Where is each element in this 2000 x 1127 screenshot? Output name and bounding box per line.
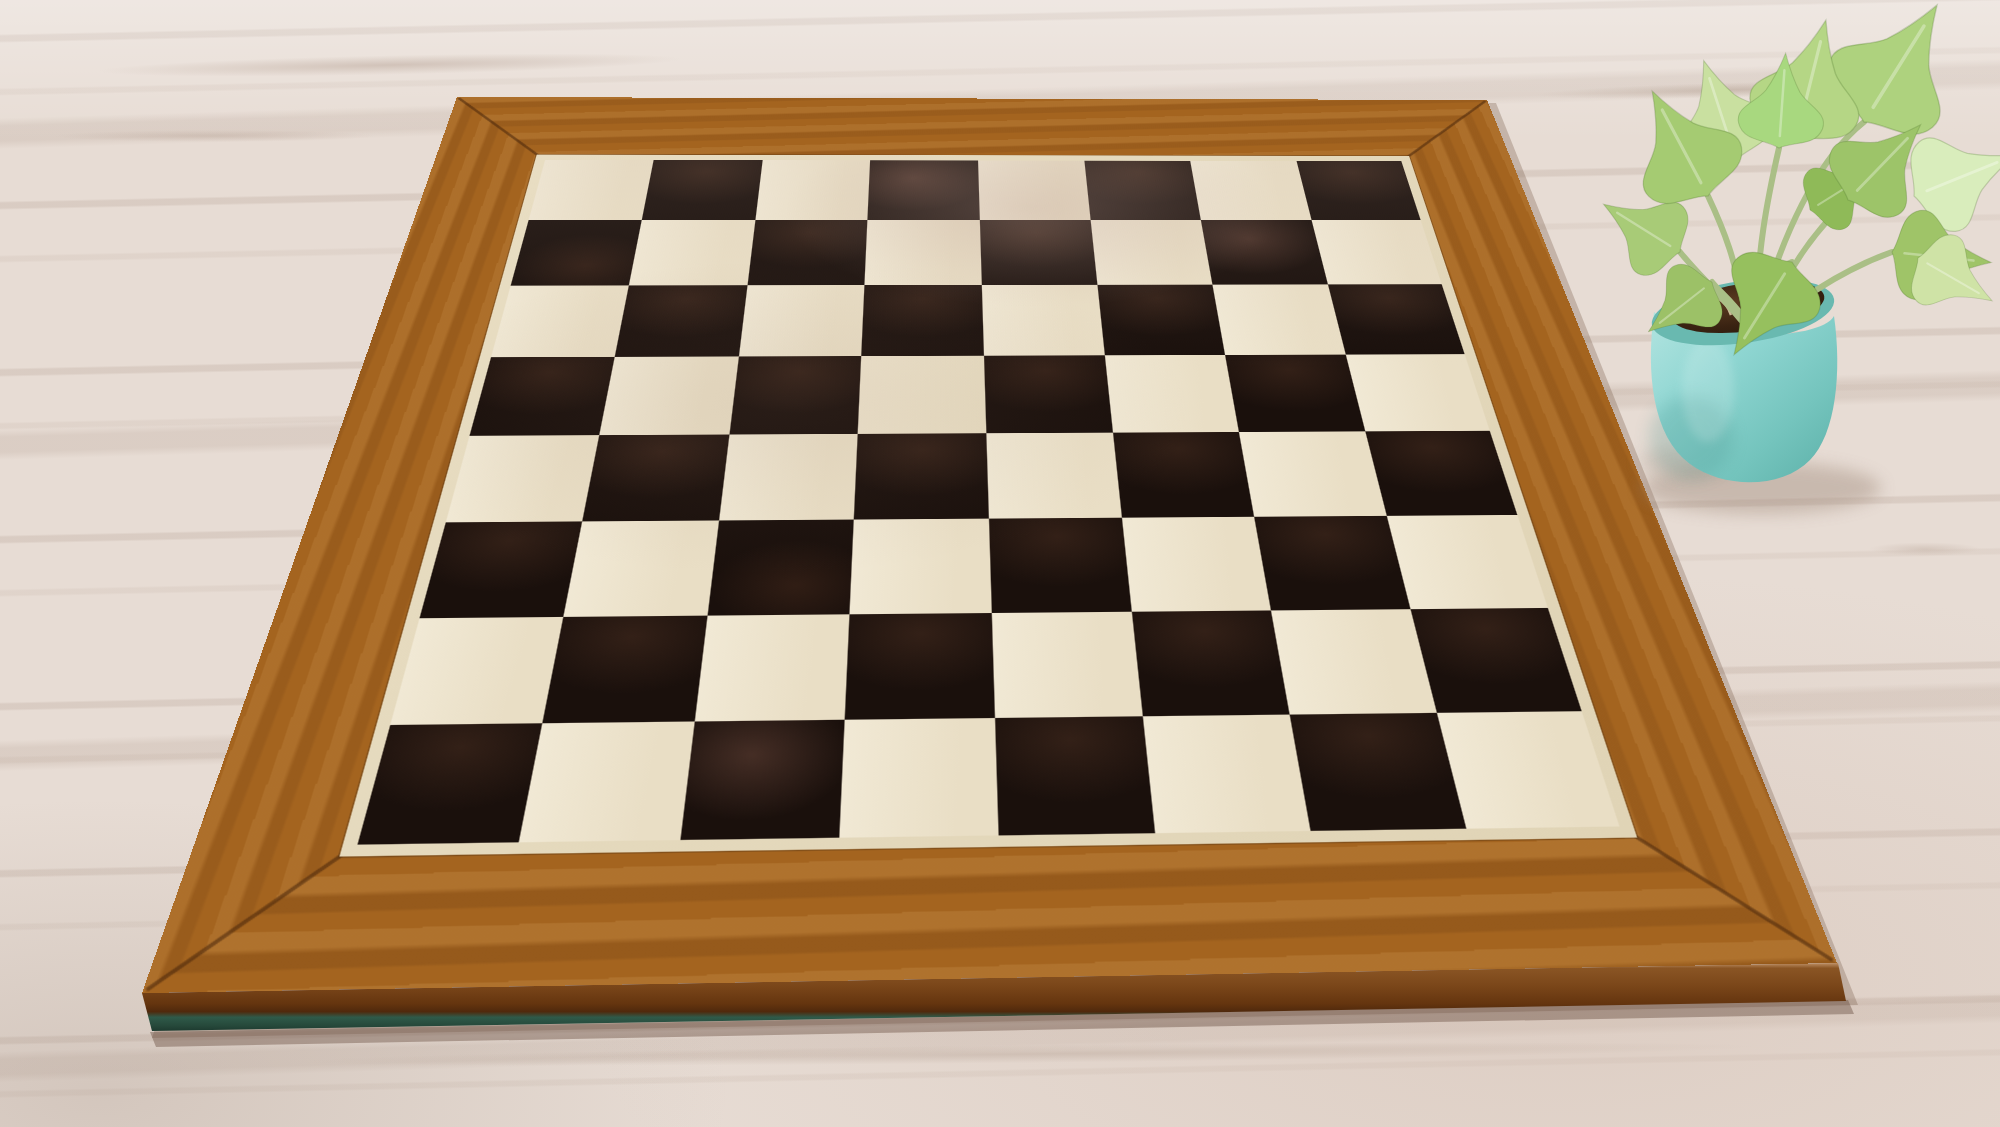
square-e4: [986, 433, 1122, 519]
square-e8: [978, 160, 1091, 220]
square-f6: [1097, 285, 1225, 356]
square-d7: [865, 220, 982, 285]
square-c1: [680, 720, 845, 840]
square-d1: [840, 718, 998, 838]
square-e1: [994, 716, 1155, 835]
square-e3: [988, 518, 1131, 613]
square-a3: [419, 521, 582, 618]
square-g7: [1201, 220, 1327, 284]
square-c7: [747, 220, 867, 285]
square-d3: [850, 519, 991, 615]
square-e2: [991, 612, 1143, 718]
square-f1: [1143, 715, 1311, 834]
square-b7: [629, 220, 755, 285]
square-f8: [1084, 161, 1201, 220]
floor-grain-streak: [0, 128, 430, 144]
square-a7: [511, 220, 643, 286]
square-g1: [1290, 713, 1466, 831]
square-e6: [981, 285, 1104, 356]
square-a6: [491, 285, 629, 357]
square-g2: [1271, 609, 1436, 714]
square-f5: [1105, 355, 1240, 433]
floor-grain-streak: [0, 44, 780, 86]
square-b5: [600, 356, 739, 435]
square-h7: [1311, 220, 1442, 284]
square-c3: [707, 520, 854, 616]
square-c4: [719, 434, 858, 521]
square-b1: [519, 721, 694, 842]
square-b2: [543, 616, 707, 724]
square-d8: [868, 160, 980, 220]
square-d4: [854, 433, 988, 519]
square-c2: [694, 614, 849, 721]
square-b8: [642, 160, 762, 220]
square-h5: [1345, 354, 1489, 431]
plant-leaf: [1605, 66, 1755, 221]
square-f2: [1132, 610, 1290, 716]
square-h8: [1296, 161, 1421, 220]
potted-plant: [1596, 0, 2000, 530]
square-e5: [983, 355, 1112, 433]
square-c6: [739, 285, 865, 356]
square-h6: [1328, 284, 1465, 354]
chessboard-grid: [357, 160, 1619, 845]
square-d6: [861, 285, 983, 356]
floor-grain-streak: [1850, 540, 2000, 558]
square-f3: [1122, 517, 1272, 612]
square-g8: [1190, 161, 1311, 220]
square-f7: [1091, 220, 1213, 285]
square-b6: [615, 285, 747, 357]
square-a1: [357, 723, 542, 844]
square-a4: [446, 435, 600, 522]
square-a8: [529, 160, 654, 220]
square-c5: [729, 356, 861, 434]
square-d5: [858, 356, 986, 434]
square-b4: [583, 435, 729, 522]
square-g3: [1254, 516, 1410, 611]
square-a2: [390, 617, 564, 725]
square-b3: [564, 520, 719, 616]
plant-leaves: [1596, 0, 2000, 381]
square-g4: [1239, 431, 1386, 516]
pot-highlight: [1682, 338, 1734, 442]
square-g6: [1213, 284, 1346, 355]
square-g5: [1225, 355, 1364, 432]
square-f4: [1113, 432, 1255, 518]
square-c8: [755, 160, 870, 220]
square-d2: [845, 613, 994, 720]
square-e7: [979, 220, 1097, 285]
square-a5: [469, 357, 615, 436]
